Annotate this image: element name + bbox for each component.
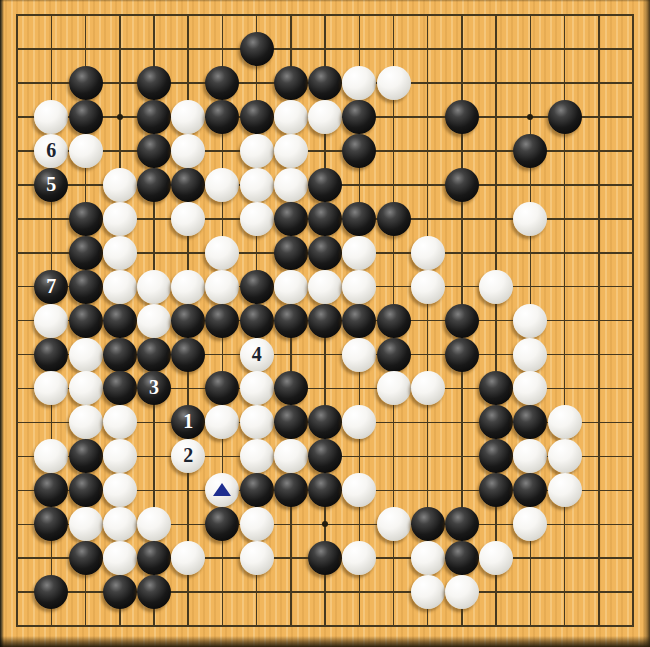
stone-white[interactable]: [205, 270, 239, 304]
stone-black[interactable]: [308, 473, 342, 507]
stone-white[interactable]: [69, 405, 103, 439]
stone-black[interactable]: [342, 304, 376, 338]
stone-black[interactable]: [513, 473, 547, 507]
move-number-label: 4: [252, 344, 262, 364]
stone-black[interactable]: [308, 66, 342, 100]
move-number-label: 6: [46, 140, 56, 160]
goban[interactable]: 6574312: [0, 0, 650, 647]
stone-white[interactable]: [479, 541, 513, 575]
stone-black[interactable]: [548, 100, 582, 134]
stone-white[interactable]: [205, 405, 239, 439]
stone-white[interactable]: [411, 371, 445, 405]
stone-white[interactable]: [103, 270, 137, 304]
stone-black[interactable]: [137, 338, 171, 372]
stone-black[interactable]: [205, 507, 239, 541]
stone-white[interactable]: [103, 236, 137, 270]
stone-black[interactable]: 5: [34, 168, 68, 202]
stone-white[interactable]: [411, 575, 445, 609]
stone-white[interactable]: [103, 439, 137, 473]
stone-white[interactable]: [34, 304, 68, 338]
stone-white[interactable]: [513, 338, 547, 372]
stone-white[interactable]: [240, 202, 274, 236]
stone-black[interactable]: [240, 100, 274, 134]
stone-white[interactable]: [69, 507, 103, 541]
stone-white[interactable]: [103, 405, 137, 439]
stone-white[interactable]: [34, 371, 68, 405]
stone-white[interactable]: [274, 168, 308, 202]
stone-black[interactable]: [69, 304, 103, 338]
stone-black[interactable]: [205, 66, 239, 100]
stone-black[interactable]: [274, 405, 308, 439]
stone-white[interactable]: [342, 270, 376, 304]
stone-black[interactable]: [342, 134, 376, 168]
stone-white[interactable]: [274, 270, 308, 304]
stone-white[interactable]: [308, 100, 342, 134]
stone-black[interactable]: [205, 100, 239, 134]
stone-black[interactable]: [479, 371, 513, 405]
stone-black[interactable]: [240, 270, 274, 304]
stone-white[interactable]: [548, 439, 582, 473]
stone-black[interactable]: [137, 168, 171, 202]
stone-black[interactable]: [240, 473, 274, 507]
stone-white[interactable]: [103, 473, 137, 507]
stone-white[interactable]: [205, 168, 239, 202]
move-number-label: 3: [149, 377, 159, 397]
stone-black[interactable]: [445, 100, 479, 134]
stone-black[interactable]: [479, 473, 513, 507]
stone-white[interactable]: [69, 371, 103, 405]
stone-white[interactable]: [513, 202, 547, 236]
stone-black[interactable]: [69, 202, 103, 236]
stone-white[interactable]: [342, 405, 376, 439]
stone-white[interactable]: [342, 236, 376, 270]
stone-black[interactable]: [308, 202, 342, 236]
stone-white[interactable]: [171, 270, 205, 304]
stone-white[interactable]: [205, 473, 239, 507]
stone-black[interactable]: [513, 405, 547, 439]
stone-white[interactable]: [137, 270, 171, 304]
stone-white[interactable]: [69, 338, 103, 372]
stone-white[interactable]: [274, 439, 308, 473]
stone-white[interactable]: 4: [240, 338, 274, 372]
stone-black[interactable]: [205, 304, 239, 338]
stone-black[interactable]: 1: [171, 405, 205, 439]
stone-black[interactable]: [69, 100, 103, 134]
stone-white[interactable]: [513, 304, 547, 338]
stone-black[interactable]: [69, 66, 103, 100]
stone-white[interactable]: [479, 270, 513, 304]
stone-white[interactable]: [548, 405, 582, 439]
stone-black[interactable]: [34, 338, 68, 372]
stone-black[interactable]: [445, 168, 479, 202]
stone-black[interactable]: [171, 168, 205, 202]
stone-black[interactable]: [411, 507, 445, 541]
stone-black[interactable]: [137, 541, 171, 575]
stone-black[interactable]: [308, 405, 342, 439]
stone-white[interactable]: [240, 541, 274, 575]
stone-white[interactable]: [103, 168, 137, 202]
stone-white[interactable]: [274, 134, 308, 168]
stone-black[interactable]: [137, 134, 171, 168]
stone-black[interactable]: [342, 100, 376, 134]
stone-black[interactable]: [103, 304, 137, 338]
stone-black[interactable]: [513, 134, 547, 168]
stone-black[interactable]: [205, 371, 239, 405]
stone-black[interactable]: [69, 236, 103, 270]
move-number-label: 5: [46, 174, 56, 194]
stone-white[interactable]: [240, 405, 274, 439]
stone-black[interactable]: [308, 236, 342, 270]
stone-black[interactable]: [308, 541, 342, 575]
stone-black[interactable]: [308, 439, 342, 473]
stone-black[interactable]: [171, 304, 205, 338]
stone-white[interactable]: [205, 236, 239, 270]
stone-white[interactable]: [240, 439, 274, 473]
stone-white[interactable]: [34, 100, 68, 134]
stone-white[interactable]: [342, 338, 376, 372]
triangle-marker-icon: [213, 483, 231, 496]
stone-white[interactable]: [103, 507, 137, 541]
stone-white[interactable]: [342, 541, 376, 575]
stone-white[interactable]: [342, 473, 376, 507]
stones-layer: 6574312: [0, 0, 650, 643]
stone-black[interactable]: [445, 507, 479, 541]
stone-black[interactable]: [377, 304, 411, 338]
stone-black[interactable]: [479, 439, 513, 473]
stone-black[interactable]: [240, 304, 274, 338]
stone-white[interactable]: [342, 66, 376, 100]
stone-black[interactable]: [171, 338, 205, 372]
stone-black[interactable]: [103, 371, 137, 405]
stone-white[interactable]: [137, 507, 171, 541]
stone-black[interactable]: [274, 304, 308, 338]
stone-black[interactable]: [69, 270, 103, 304]
stone-black[interactable]: [308, 304, 342, 338]
stone-black[interactable]: [377, 202, 411, 236]
stone-black[interactable]: [137, 575, 171, 609]
stone-black[interactable]: [240, 32, 274, 66]
stone-white[interactable]: [377, 507, 411, 541]
stone-white[interactable]: 2: [171, 439, 205, 473]
stone-black[interactable]: [103, 338, 137, 372]
stone-black[interactable]: [377, 338, 411, 372]
stone-black[interactable]: [274, 202, 308, 236]
stone-black[interactable]: 3: [137, 371, 171, 405]
move-number-label: 7: [46, 276, 56, 296]
move-number-label: 1: [183, 411, 193, 431]
stone-white[interactable]: [411, 270, 445, 304]
stone-white[interactable]: 6: [34, 134, 68, 168]
stone-black[interactable]: [274, 473, 308, 507]
stone-white[interactable]: [171, 541, 205, 575]
stone-black[interactable]: [445, 304, 479, 338]
stone-black[interactable]: 7: [34, 270, 68, 304]
stone-white[interactable]: [513, 507, 547, 541]
stone-white[interactable]: [171, 134, 205, 168]
stone-black[interactable]: [274, 66, 308, 100]
stone-black[interactable]: [274, 371, 308, 405]
stone-white[interactable]: [411, 236, 445, 270]
stone-black[interactable]: [137, 100, 171, 134]
stone-black[interactable]: [137, 66, 171, 100]
stone-white[interactable]: [308, 270, 342, 304]
stone-white[interactable]: [103, 202, 137, 236]
stone-white[interactable]: [240, 507, 274, 541]
stone-white[interactable]: [377, 371, 411, 405]
stone-white[interactable]: [513, 371, 547, 405]
stone-black[interactable]: [103, 575, 137, 609]
stone-white[interactable]: [445, 575, 479, 609]
stone-white[interactable]: [240, 168, 274, 202]
stone-black[interactable]: [34, 473, 68, 507]
stone-black[interactable]: [69, 541, 103, 575]
stone-black[interactable]: [445, 338, 479, 372]
stone-black[interactable]: [342, 202, 376, 236]
stone-black[interactable]: [69, 473, 103, 507]
stone-white[interactable]: [240, 134, 274, 168]
stone-white[interactable]: [274, 100, 308, 134]
stone-white[interactable]: [103, 541, 137, 575]
stone-white[interactable]: [513, 439, 547, 473]
stone-black[interactable]: [274, 236, 308, 270]
stone-black[interactable]: [69, 439, 103, 473]
move-number-label: 2: [183, 445, 193, 465]
stone-white[interactable]: [171, 100, 205, 134]
stone-black[interactable]: [445, 541, 479, 575]
go-board-screenshot: 6574312: [0, 0, 650, 647]
stone-white[interactable]: [69, 134, 103, 168]
stone-white[interactable]: [137, 304, 171, 338]
stone-black[interactable]: [34, 507, 68, 541]
stone-white[interactable]: [411, 541, 445, 575]
stone-black[interactable]: [308, 168, 342, 202]
stone-white[interactable]: [548, 473, 582, 507]
stone-black[interactable]: [479, 405, 513, 439]
stone-white[interactable]: [240, 371, 274, 405]
stone-black[interactable]: [34, 575, 68, 609]
stone-white[interactable]: [34, 439, 68, 473]
stone-white[interactable]: [171, 202, 205, 236]
stone-white[interactable]: [377, 66, 411, 100]
